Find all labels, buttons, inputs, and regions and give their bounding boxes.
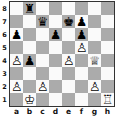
square-b4[interactable]: ♟	[23, 54, 36, 67]
square-d1[interactable]	[49, 93, 62, 106]
square-c4[interactable]	[36, 54, 49, 67]
rank-label-6: 6	[0, 28, 9, 41]
square-e2[interactable]	[62, 80, 75, 93]
rank-label-1: 1	[0, 93, 9, 106]
square-c7[interactable]: ♛	[36, 15, 49, 28]
piece-glyph: ♙	[10, 54, 23, 67]
square-d6[interactable]: ♟	[49, 28, 62, 41]
black-pawn[interactable]: ♟	[49, 28, 62, 41]
square-b7[interactable]	[23, 15, 36, 28]
piece-glyph: ♙	[10, 80, 23, 93]
square-f4[interactable]	[75, 54, 88, 67]
white-queen[interactable]: ♛♕	[88, 54, 101, 67]
file-label-c: c	[36, 107, 49, 118]
piece-glyph: ♟	[10, 28, 23, 41]
square-b6[interactable]	[23, 28, 36, 41]
white-pawn[interactable]: ♟♙	[62, 54, 75, 67]
piece-glyph: ♛	[36, 15, 49, 28]
square-e6[interactable]	[62, 28, 75, 41]
file-label-f: f	[75, 107, 88, 118]
square-a4[interactable]: ♟♙	[10, 54, 23, 67]
piece-glyph: ♙	[75, 41, 88, 54]
square-a1[interactable]	[10, 93, 23, 106]
white-pawn[interactable]: ♟♙	[88, 80, 101, 93]
square-b3[interactable]	[23, 67, 36, 80]
rank-label-8: 8	[0, 2, 9, 15]
piece-glyph: ♙	[88, 80, 101, 93]
white-pawn[interactable]: ♟♙	[10, 54, 23, 67]
square-d5[interactable]	[49, 41, 62, 54]
square-g6[interactable]	[88, 28, 101, 41]
square-e4[interactable]: ♟♙	[62, 54, 75, 67]
rank-label-5: 5	[0, 41, 9, 54]
square-d4[interactable]	[49, 54, 62, 67]
rank-label-3: 3	[0, 67, 9, 80]
white-pawn[interactable]: ♟♙	[36, 80, 49, 93]
square-d2[interactable]	[49, 80, 62, 93]
square-g7[interactable]	[88, 15, 101, 28]
square-e3[interactable]	[62, 67, 75, 80]
black-rook[interactable]: ♜	[23, 2, 36, 15]
square-d3[interactable]	[49, 67, 62, 80]
square-f1[interactable]	[75, 93, 88, 106]
square-g2[interactable]: ♟♙	[88, 80, 101, 93]
square-f3[interactable]	[75, 67, 88, 80]
square-h3[interactable]	[101, 67, 114, 80]
piece-glyph: ♖	[101, 93, 114, 106]
piece-glyph: ♟	[23, 54, 36, 67]
piece-glyph: ♜	[23, 2, 36, 15]
square-d8[interactable]	[49, 2, 62, 15]
square-b8[interactable]: ♜	[23, 2, 36, 15]
rank-label-4: 4	[0, 54, 9, 67]
square-b1[interactable]: ♚♔	[23, 93, 36, 106]
square-f2[interactable]	[75, 80, 88, 93]
file-label-h: h	[101, 107, 114, 118]
rank-labels: 87654321	[0, 1, 9, 107]
black-pawn[interactable]: ♟	[23, 54, 36, 67]
rank-label-7: 7	[0, 15, 9, 28]
white-rook[interactable]: ♜♖	[101, 93, 114, 106]
black-king[interactable]: ♚	[62, 15, 75, 28]
square-g4[interactable]: ♛♕	[88, 54, 101, 67]
black-queen[interactable]: ♛	[36, 15, 49, 28]
square-a2[interactable]: ♟♙	[10, 80, 23, 93]
white-pawn[interactable]: ♟♙	[75, 41, 88, 54]
square-g8[interactable]	[88, 2, 101, 15]
rank-label-2: 2	[0, 80, 9, 93]
square-h8[interactable]	[101, 2, 114, 15]
square-c5[interactable]	[36, 41, 49, 54]
chess-board: ♜♛♚♟♟♟♟♟♙♟♙♟♟♙♛♕♟♙♟♙♟♙♚♔♜♖	[9, 1, 115, 107]
square-h5[interactable]	[101, 41, 114, 54]
square-a8[interactable]	[10, 2, 23, 15]
file-labels: abcdefgh	[9, 107, 115, 118]
file-label-e: e	[62, 107, 75, 118]
piece-glyph: ♙	[36, 80, 49, 93]
white-king[interactable]: ♚♔	[23, 93, 36, 106]
square-h6[interactable]	[101, 28, 114, 41]
square-e1[interactable]	[62, 93, 75, 106]
piece-glyph: ♔	[23, 93, 36, 106]
square-a6[interactable]: ♟	[10, 28, 23, 41]
piece-glyph: ♕	[88, 54, 101, 67]
file-label-d: d	[49, 107, 62, 118]
square-h7[interactable]	[101, 15, 114, 28]
square-e7[interactable]: ♚	[62, 15, 75, 28]
square-c2[interactable]: ♟♙	[36, 80, 49, 93]
file-label-a: a	[10, 107, 23, 118]
square-g1[interactable]	[88, 93, 101, 106]
square-c1[interactable]	[36, 93, 49, 106]
piece-glyph: ♙	[62, 54, 75, 67]
file-label-b: b	[23, 107, 36, 118]
piece-glyph: ♟	[49, 28, 62, 41]
square-h4[interactable]	[101, 54, 114, 67]
file-label-g: g	[88, 107, 101, 118]
black-pawn[interactable]: ♟	[10, 28, 23, 41]
square-f5[interactable]: ♟♙	[75, 41, 88, 54]
square-c6[interactable]	[36, 28, 49, 41]
white-pawn[interactable]: ♟♙	[10, 80, 23, 93]
square-h1[interactable]: ♜♖	[101, 93, 114, 106]
chess-diagram: 87654321 ♜♛♚♟♟♟♟♟♙♟♙♟♟♙♛♕♟♙♟♙♟♙♚♔♜♖ abcd…	[0, 0, 118, 118]
corner-spacer	[0, 107, 9, 118]
piece-glyph: ♚	[62, 15, 75, 28]
